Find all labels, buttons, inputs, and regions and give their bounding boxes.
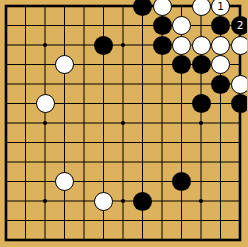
intersection[interactable] [94, 55, 114, 75]
black-stone [133, 192, 152, 211]
intersection[interactable] [35, 152, 55, 172]
intersection[interactable] [55, 0, 75, 16]
intersection[interactable] [0, 191, 16, 211]
intersection[interactable] [94, 94, 114, 114]
intersection[interactable] [211, 152, 231, 172]
intersection[interactable] [172, 172, 192, 192]
intersection[interactable] [230, 191, 247, 211]
intersection[interactable] [191, 230, 211, 247]
intersection[interactable] [16, 191, 36, 211]
intersection[interactable] [191, 172, 211, 192]
intersection[interactable] [94, 0, 114, 16]
intersection[interactable] [152, 211, 172, 231]
intersection[interactable] [0, 211, 16, 231]
intersection[interactable] [0, 152, 16, 172]
intersection[interactable] [133, 94, 153, 114]
intersection[interactable] [0, 74, 16, 94]
intersection[interactable] [94, 35, 114, 55]
intersection[interactable] [133, 133, 153, 153]
intersection[interactable] [94, 211, 114, 231]
intersection[interactable] [35, 74, 55, 94]
intersection[interactable] [133, 0, 153, 16]
intersection[interactable] [94, 191, 114, 211]
white-stone [211, 55, 230, 74]
white-stone: 1 [211, 0, 230, 16]
intersection[interactable] [94, 16, 114, 36]
intersection[interactable] [113, 113, 133, 133]
intersection[interactable] [211, 16, 231, 36]
move-number-label: 1 [217, 0, 224, 11]
intersection[interactable] [172, 16, 192, 36]
intersection[interactable] [211, 211, 231, 231]
intersection[interactable]: 1 [211, 0, 231, 16]
intersection[interactable] [211, 35, 231, 55]
intersection[interactable] [35, 94, 55, 114]
go-board: 12 [0, 0, 247, 247]
intersection[interactable] [191, 152, 211, 172]
intersection[interactable] [211, 74, 231, 94]
intersection[interactable] [230, 152, 247, 172]
intersection[interactable] [133, 113, 153, 133]
intersection[interactable] [152, 55, 172, 75]
intersection[interactable] [172, 191, 192, 211]
black-stone [172, 55, 191, 74]
intersection[interactable] [16, 74, 36, 94]
intersection[interactable] [172, 152, 192, 172]
intersection[interactable] [191, 35, 211, 55]
intersection[interactable] [152, 35, 172, 55]
intersection[interactable] [113, 55, 133, 75]
intersection[interactable] [74, 94, 94, 114]
white-stone [192, 36, 211, 55]
intersection[interactable] [133, 55, 153, 75]
intersection[interactable] [35, 113, 55, 133]
intersection[interactable] [191, 74, 211, 94]
intersection[interactable] [113, 172, 133, 192]
intersection[interactable] [113, 74, 133, 94]
intersection[interactable] [211, 230, 231, 247]
intersection[interactable] [172, 74, 192, 94]
intersection[interactable] [0, 113, 16, 133]
white-stone [211, 36, 230, 55]
white-stone [192, 0, 211, 16]
intersection[interactable] [55, 211, 75, 231]
intersection[interactable] [152, 133, 172, 153]
intersection[interactable] [74, 172, 94, 192]
intersection[interactable] [0, 230, 16, 247]
intersection[interactable] [191, 191, 211, 211]
white-stone [55, 172, 74, 191]
intersection[interactable] [172, 94, 192, 114]
intersection[interactable] [191, 94, 211, 114]
intersection[interactable] [55, 16, 75, 36]
black-stone: 2 [231, 16, 248, 35]
intersection[interactable] [191, 16, 211, 36]
intersection[interactable] [0, 16, 16, 36]
intersection[interactable] [133, 16, 153, 36]
intersection[interactable] [230, 211, 247, 231]
intersection[interactable]: 2 [230, 16, 247, 36]
intersection[interactable] [191, 0, 211, 16]
intersection[interactable] [230, 94, 247, 114]
intersection[interactable] [191, 211, 211, 231]
intersection[interactable] [16, 16, 36, 36]
intersection[interactable] [230, 133, 247, 153]
white-stone [172, 16, 191, 35]
intersection[interactable] [16, 35, 36, 55]
black-stone [211, 75, 230, 94]
intersection[interactable] [16, 133, 36, 153]
intersection[interactable] [152, 172, 172, 192]
intersection[interactable] [152, 152, 172, 172]
intersection[interactable] [35, 133, 55, 153]
intersection[interactable] [230, 35, 247, 55]
intersection[interactable] [35, 16, 55, 36]
intersection[interactable] [35, 55, 55, 75]
intersection[interactable] [172, 211, 192, 231]
intersection[interactable] [74, 191, 94, 211]
intersection[interactable] [211, 55, 231, 75]
intersection[interactable] [113, 133, 133, 153]
intersection[interactable] [113, 35, 133, 55]
intersection[interactable] [55, 94, 75, 114]
intersection[interactable] [113, 191, 133, 211]
intersection[interactable] [94, 172, 114, 192]
intersection[interactable] [0, 133, 16, 153]
black-stone [153, 16, 172, 35]
intersection[interactable] [94, 230, 114, 247]
intersection[interactable] [172, 55, 192, 75]
intersection[interactable] [16, 230, 36, 247]
intersection[interactable] [133, 152, 153, 172]
black-stone [153, 36, 172, 55]
white-stone [231, 75, 248, 94]
intersection[interactable] [230, 172, 247, 192]
white-stone [231, 36, 248, 55]
intersection[interactable] [152, 230, 172, 247]
intersection[interactable] [74, 74, 94, 94]
move-number-label: 2 [237, 20, 244, 31]
intersection[interactable] [55, 74, 75, 94]
white-stone [153, 0, 172, 16]
intersection[interactable] [35, 191, 55, 211]
intersection[interactable] [152, 74, 172, 94]
intersection[interactable] [55, 230, 75, 247]
intersection[interactable] [74, 113, 94, 133]
intersection[interactable] [172, 113, 192, 133]
intersection[interactable] [133, 230, 153, 247]
intersection[interactable] [94, 133, 114, 153]
intersection[interactable] [172, 133, 192, 153]
intersection[interactable] [55, 133, 75, 153]
intersection[interactable] [113, 94, 133, 114]
intersection[interactable] [113, 152, 133, 172]
intersection[interactable] [35, 0, 55, 16]
intersection[interactable] [55, 35, 75, 55]
intersection[interactable] [16, 55, 36, 75]
intersection[interactable] [35, 172, 55, 192]
intersection[interactable] [230, 55, 247, 75]
intersection[interactable] [113, 211, 133, 231]
intersection[interactable] [211, 191, 231, 211]
intersection[interactable] [94, 152, 114, 172]
intersection[interactable] [133, 74, 153, 94]
intersection[interactable] [35, 35, 55, 55]
intersection[interactable] [74, 55, 94, 75]
intersection[interactable] [211, 94, 231, 114]
intersection[interactable] [113, 16, 133, 36]
intersection[interactable] [74, 133, 94, 153]
intersection[interactable] [74, 35, 94, 55]
intersection[interactable] [230, 0, 247, 16]
intersection[interactable] [74, 152, 94, 172]
intersection[interactable] [16, 94, 36, 114]
intersection[interactable] [133, 35, 153, 55]
intersection[interactable] [172, 230, 192, 247]
intersection[interactable] [35, 211, 55, 231]
intersection[interactable] [211, 113, 231, 133]
intersection[interactable] [113, 0, 133, 16]
black-stone [133, 0, 152, 16]
black-stone [192, 55, 211, 74]
intersection[interactable] [152, 113, 172, 133]
intersection[interactable] [94, 74, 114, 94]
white-stone [172, 36, 191, 55]
intersection[interactable] [35, 230, 55, 247]
intersection[interactable] [152, 191, 172, 211]
white-stone [36, 94, 55, 113]
intersection[interactable] [0, 0, 16, 16]
intersection[interactable] [0, 55, 16, 75]
white-stone [55, 55, 74, 74]
intersection[interactable] [211, 133, 231, 153]
intersection[interactable] [16, 113, 36, 133]
intersection[interactable] [152, 94, 172, 114]
white-stone [94, 192, 113, 211]
intersection[interactable] [16, 152, 36, 172]
intersection[interactable] [133, 211, 153, 231]
intersection[interactable] [191, 133, 211, 153]
intersection[interactable] [230, 74, 247, 94]
intersection[interactable] [152, 0, 172, 16]
intersection[interactable] [55, 191, 75, 211]
intersection[interactable] [74, 211, 94, 231]
intersection[interactable] [55, 152, 75, 172]
intersection[interactable] [230, 230, 247, 247]
intersection[interactable] [55, 113, 75, 133]
intersection[interactable] [152, 16, 172, 36]
black-stone [211, 16, 230, 35]
black-stone [94, 36, 113, 55]
intersection[interactable] [0, 35, 16, 55]
intersection[interactable] [191, 113, 211, 133]
go-board-grid: 12 [0, 0, 247, 247]
intersection[interactable] [16, 211, 36, 231]
intersection[interactable] [16, 0, 36, 16]
intersection[interactable] [0, 94, 16, 114]
intersection[interactable] [133, 191, 153, 211]
intersection[interactable] [55, 55, 75, 75]
intersection[interactable] [94, 113, 114, 133]
black-stone [172, 172, 191, 191]
intersection[interactable] [74, 16, 94, 36]
intersection[interactable] [172, 35, 192, 55]
intersection[interactable] [191, 55, 211, 75]
intersection[interactable] [55, 172, 75, 192]
intersection[interactable] [211, 172, 231, 192]
intersection[interactable] [230, 113, 247, 133]
intersection[interactable] [0, 172, 16, 192]
intersection[interactable] [133, 172, 153, 192]
intersection[interactable] [172, 0, 192, 16]
black-stone [231, 94, 248, 113]
intersection[interactable] [74, 230, 94, 247]
intersection[interactable] [74, 0, 94, 16]
black-stone [192, 94, 211, 113]
intersection[interactable] [16, 172, 36, 192]
intersection[interactable] [113, 230, 133, 247]
